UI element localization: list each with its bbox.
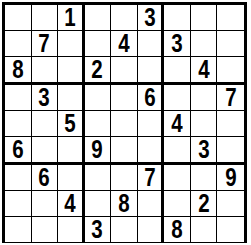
cell-r8c5[interactable]: 8 <box>111 191 138 217</box>
cell-r8c9[interactable] <box>217 191 244 217</box>
cell-r7c5[interactable] <box>111 165 138 191</box>
given-digit: 4 <box>171 111 182 136</box>
cell-r1c4[interactable] <box>85 5 112 31</box>
cell-r5c7[interactable]: 4 <box>164 111 191 137</box>
cell-r1c6[interactable]: 3 <box>138 5 165 31</box>
cell-r6c6[interactable] <box>138 137 165 165</box>
given-digit: 2 <box>92 57 103 82</box>
cell-r5c4[interactable] <box>85 111 112 137</box>
cell-r2c6[interactable] <box>138 31 165 57</box>
cell-r8c6[interactable] <box>138 191 165 217</box>
given-digit: 6 <box>144 85 155 110</box>
cell-r7c7[interactable] <box>164 165 191 191</box>
cell-r2c4[interactable] <box>85 31 112 57</box>
cell-r5c8[interactable] <box>191 111 218 137</box>
cell-r7c6[interactable]: 7 <box>138 165 165 191</box>
given-digit: 7 <box>225 85 236 110</box>
cell-r9c8[interactable] <box>191 217 218 242</box>
cell-r8c2[interactable] <box>32 191 59 217</box>
cell-r5c1[interactable] <box>5 111 32 137</box>
given-digit: 4 <box>198 57 209 82</box>
given-digit: 4 <box>118 31 129 56</box>
cell-r4c6[interactable]: 6 <box>138 85 165 111</box>
cell-r4c5[interactable] <box>111 85 138 111</box>
cell-r8c7[interactable] <box>164 191 191 217</box>
cell-r2c2[interactable]: 7 <box>32 31 59 57</box>
given-digit: 6 <box>12 137 23 162</box>
cell-r4c2[interactable]: 3 <box>32 85 59 111</box>
cell-r6c9[interactable] <box>217 137 244 165</box>
cell-r6c4[interactable]: 9 <box>85 137 112 165</box>
cell-r5c5[interactable] <box>111 111 138 137</box>
cell-r3c2[interactable] <box>32 57 59 85</box>
given-digit: 3 <box>198 137 209 162</box>
given-digit: 7 <box>144 165 155 190</box>
cell-r5c6[interactable] <box>138 111 165 137</box>
cell-r3c4[interactable]: 2 <box>85 57 112 85</box>
cell-r6c8[interactable]: 3 <box>191 137 218 165</box>
cell-r4c8[interactable] <box>191 85 218 111</box>
cell-r2c7[interactable]: 3 <box>164 31 191 57</box>
cell-r7c1[interactable] <box>5 165 32 191</box>
cell-r2c8[interactable] <box>191 31 218 57</box>
given-digit: 2 <box>198 191 209 216</box>
given-digit: 3 <box>144 5 155 30</box>
cell-r5c2[interactable] <box>32 111 59 137</box>
cell-r1c1[interactable] <box>5 5 32 31</box>
cell-r9c2[interactable] <box>32 217 59 242</box>
cell-r2c9[interactable] <box>217 31 244 57</box>
cell-r1c2[interactable] <box>32 5 59 31</box>
cell-r1c3[interactable]: 1 <box>58 5 85 31</box>
given-digit: 3 <box>171 31 182 56</box>
cell-r4c4[interactable] <box>85 85 112 111</box>
cell-r5c9[interactable] <box>217 111 244 137</box>
cell-r7c9[interactable]: 9 <box>217 165 244 191</box>
cell-r3c8[interactable]: 4 <box>191 57 218 85</box>
cell-r1c8[interactable] <box>191 5 218 31</box>
cell-r4c1[interactable] <box>5 85 32 111</box>
cell-r9c4[interactable]: 3 <box>85 217 112 242</box>
cell-r4c3[interactable] <box>58 85 85 111</box>
cell-r7c4[interactable] <box>85 165 112 191</box>
given-digit: 4 <box>64 191 75 216</box>
cell-r9c7[interactable]: 8 <box>164 217 191 242</box>
cell-r9c9[interactable] <box>217 217 244 242</box>
cell-r3c3[interactable] <box>58 57 85 85</box>
cell-r1c5[interactable] <box>111 5 138 31</box>
given-digit: 6 <box>39 165 50 190</box>
given-digit: 8 <box>12 57 23 82</box>
cell-r3c5[interactable] <box>111 57 138 85</box>
cell-r6c2[interactable] <box>32 137 59 165</box>
cell-r2c5[interactable]: 4 <box>111 31 138 57</box>
cell-r7c2[interactable]: 6 <box>32 165 59 191</box>
cell-r5c3[interactable]: 5 <box>58 111 85 137</box>
given-digit: 1 <box>64 5 75 30</box>
cell-r8c3[interactable]: 4 <box>58 191 85 217</box>
cell-r1c7[interactable] <box>164 5 191 31</box>
given-digit: 3 <box>39 85 50 110</box>
cell-r6c7[interactable] <box>164 137 191 165</box>
cell-r7c8[interactable] <box>191 165 218 191</box>
cell-r1c9[interactable] <box>217 5 244 31</box>
cell-r8c1[interactable] <box>5 191 32 217</box>
cell-r6c1[interactable]: 6 <box>5 137 32 165</box>
cell-r8c4[interactable] <box>85 191 112 217</box>
cell-r3c7[interactable] <box>164 57 191 85</box>
cell-r2c3[interactable] <box>58 31 85 57</box>
sudoku-page: 137438243675469367948238 <box>0 0 251 245</box>
cell-r3c1[interactable]: 8 <box>5 57 32 85</box>
given-digit: 3 <box>92 217 103 242</box>
cell-r9c5[interactable] <box>111 217 138 242</box>
given-digit: 7 <box>39 31 50 56</box>
cell-r9c6[interactable] <box>138 217 165 242</box>
given-digit: 8 <box>118 191 129 216</box>
given-digit: 9 <box>92 137 103 162</box>
sudoku-board: 137438243675469367948238 <box>2 2 247 243</box>
cell-r8c8[interactable]: 2 <box>191 191 218 217</box>
cell-r6c5[interactable] <box>111 137 138 165</box>
cell-r3c9[interactable] <box>217 57 244 85</box>
cell-r7c3[interactable] <box>58 165 85 191</box>
given-digit: 5 <box>64 111 75 136</box>
cell-r9c3[interactable] <box>58 217 85 242</box>
cell-r4c7[interactable] <box>164 85 191 111</box>
cell-r3c6[interactable] <box>138 57 165 85</box>
cell-r4c9[interactable]: 7 <box>217 85 244 111</box>
cell-r6c3[interactable] <box>58 137 85 165</box>
given-digit: 8 <box>171 217 182 242</box>
given-digit: 9 <box>225 165 236 190</box>
cell-r9c1[interactable] <box>5 217 32 242</box>
cell-r2c1[interactable] <box>5 31 32 57</box>
